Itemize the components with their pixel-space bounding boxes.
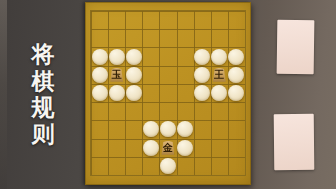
go-stone[interactable] xyxy=(126,67,142,83)
pink-card-top xyxy=(277,20,315,75)
board-cell[interactable] xyxy=(228,157,245,175)
board-cell[interactable] xyxy=(108,157,125,175)
go-stone[interactable] xyxy=(160,158,176,174)
board-cell[interactable] xyxy=(194,157,211,175)
board-cell[interactable] xyxy=(159,120,176,138)
board-cell[interactable] xyxy=(91,47,108,65)
board-cell[interactable] xyxy=(142,102,159,120)
board-cell[interactable] xyxy=(142,120,159,138)
go-stone[interactable] xyxy=(109,85,125,101)
board-cell[interactable] xyxy=(91,102,108,120)
board-cell[interactable] xyxy=(194,102,211,120)
board-cell[interactable] xyxy=(91,29,108,47)
board-cell[interactable] xyxy=(142,47,159,65)
board-cell[interactable] xyxy=(228,11,245,29)
board-cell[interactable] xyxy=(125,157,142,175)
shogi-piece-jeweled-king[interactable]: 玉 xyxy=(110,68,123,82)
board-cell[interactable] xyxy=(228,47,245,65)
go-stone[interactable] xyxy=(126,85,142,101)
board-cell[interactable] xyxy=(142,66,159,84)
board-cell[interactable] xyxy=(194,120,211,138)
board-cell[interactable] xyxy=(228,66,245,84)
go-stone[interactable] xyxy=(92,67,108,83)
go-stone[interactable] xyxy=(109,49,125,65)
board-cell[interactable] xyxy=(159,84,176,102)
board-cell[interactable] xyxy=(108,120,125,138)
board-cell[interactable] xyxy=(211,47,228,65)
wall-edge-highlight xyxy=(0,0,7,189)
board-cell[interactable] xyxy=(159,157,176,175)
board-cell[interactable] xyxy=(211,29,228,47)
board-cell[interactable] xyxy=(194,84,211,102)
board-cell[interactable] xyxy=(159,11,176,29)
board-cell[interactable] xyxy=(91,84,108,102)
board-cell[interactable] xyxy=(159,29,176,47)
shogi-piece-gold-general[interactable]: 金 xyxy=(161,141,174,155)
go-stone[interactable] xyxy=(160,121,176,137)
go-stone[interactable] xyxy=(143,140,159,156)
board-cell[interactable] xyxy=(142,157,159,175)
board-cell[interactable] xyxy=(177,157,194,175)
board-cell[interactable] xyxy=(211,84,228,102)
board-cell[interactable] xyxy=(125,29,142,47)
go-stone[interactable] xyxy=(228,85,244,101)
board-cell[interactable] xyxy=(142,139,159,157)
board-cell[interactable] xyxy=(108,84,125,102)
board-cell[interactable] xyxy=(142,29,159,47)
board-cell[interactable] xyxy=(91,157,108,175)
go-stone[interactable] xyxy=(194,85,210,101)
board-cell[interactable] xyxy=(108,29,125,47)
board-cell[interactable] xyxy=(228,120,245,138)
board-cell[interactable] xyxy=(125,47,142,65)
pink-card-bottom xyxy=(274,114,315,170)
title-char: 则 xyxy=(32,121,55,148)
board-cell[interactable] xyxy=(194,29,211,47)
go-stone[interactable] xyxy=(177,121,193,137)
board-cell[interactable] xyxy=(194,66,211,84)
board-cell[interactable] xyxy=(211,11,228,29)
board-cell[interactable] xyxy=(125,139,142,157)
board-cell[interactable] xyxy=(211,157,228,175)
board-cell[interactable] xyxy=(194,139,211,157)
title-char: 规 xyxy=(32,94,55,121)
go-stone[interactable] xyxy=(143,121,159,137)
title-char: 将 xyxy=(32,41,55,68)
board-cell[interactable] xyxy=(91,66,108,84)
board-cell[interactable] xyxy=(211,102,228,120)
board-cell[interactable] xyxy=(177,66,194,84)
board-cell[interactable] xyxy=(125,11,142,29)
board-cell[interactable] xyxy=(108,102,125,120)
board-cell[interactable] xyxy=(142,84,159,102)
board-cell[interactable] xyxy=(108,139,125,157)
board-cell[interactable] xyxy=(108,47,125,65)
go-stone[interactable] xyxy=(211,49,227,65)
board-cell[interactable] xyxy=(159,102,176,120)
board-cell[interactable]: 金 xyxy=(159,139,176,157)
go-stone[interactable] xyxy=(194,67,210,83)
board-cell[interactable] xyxy=(125,66,142,84)
shogi-piece-king[interactable]: 王 xyxy=(213,68,226,82)
board-cell[interactable] xyxy=(228,102,245,120)
go-stone[interactable] xyxy=(228,49,244,65)
board-cell[interactable] xyxy=(177,29,194,47)
go-stone[interactable] xyxy=(211,85,227,101)
board-cell[interactable] xyxy=(91,139,108,157)
go-stone[interactable] xyxy=(194,49,210,65)
board-cell[interactable] xyxy=(177,139,194,157)
go-stone[interactable] xyxy=(177,140,193,156)
go-stone[interactable] xyxy=(92,49,108,65)
board-cell[interactable] xyxy=(194,47,211,65)
board-cell[interactable]: 玉 xyxy=(108,66,125,84)
board-cell[interactable] xyxy=(177,47,194,65)
board-cell[interactable] xyxy=(125,84,142,102)
board-cell[interactable] xyxy=(228,84,245,102)
board-cell[interactable] xyxy=(177,84,194,102)
title-char: 棋 xyxy=(32,68,55,95)
board-cell[interactable] xyxy=(228,139,245,157)
board-cell[interactable] xyxy=(177,11,194,29)
board-cell[interactable] xyxy=(108,11,125,29)
board-cell[interactable] xyxy=(142,11,159,29)
board-cell[interactable] xyxy=(125,120,142,138)
go-stone[interactable] xyxy=(228,67,244,83)
board-grid: 玉王金 xyxy=(90,10,246,176)
board-cell[interactable]: 王 xyxy=(211,66,228,84)
go-stone[interactable] xyxy=(126,49,142,65)
board-cell[interactable] xyxy=(91,120,108,138)
board-cell[interactable] xyxy=(91,11,108,29)
video-frame: 将 棋 规 则 玉王金 xyxy=(0,0,336,189)
board-cell[interactable] xyxy=(159,66,176,84)
board-cell[interactable] xyxy=(177,120,194,138)
board-cell[interactable] xyxy=(211,139,228,157)
shogi-board: 玉王金 xyxy=(85,2,251,185)
board-cell[interactable] xyxy=(211,120,228,138)
board-cell[interactable] xyxy=(159,47,176,65)
board-cell[interactable] xyxy=(228,29,245,47)
page-title: 将 棋 规 则 xyxy=(29,41,57,147)
board-cell[interactable] xyxy=(177,102,194,120)
board-cell[interactable] xyxy=(125,102,142,120)
board-cell[interactable] xyxy=(194,11,211,29)
go-stone[interactable] xyxy=(92,85,108,101)
